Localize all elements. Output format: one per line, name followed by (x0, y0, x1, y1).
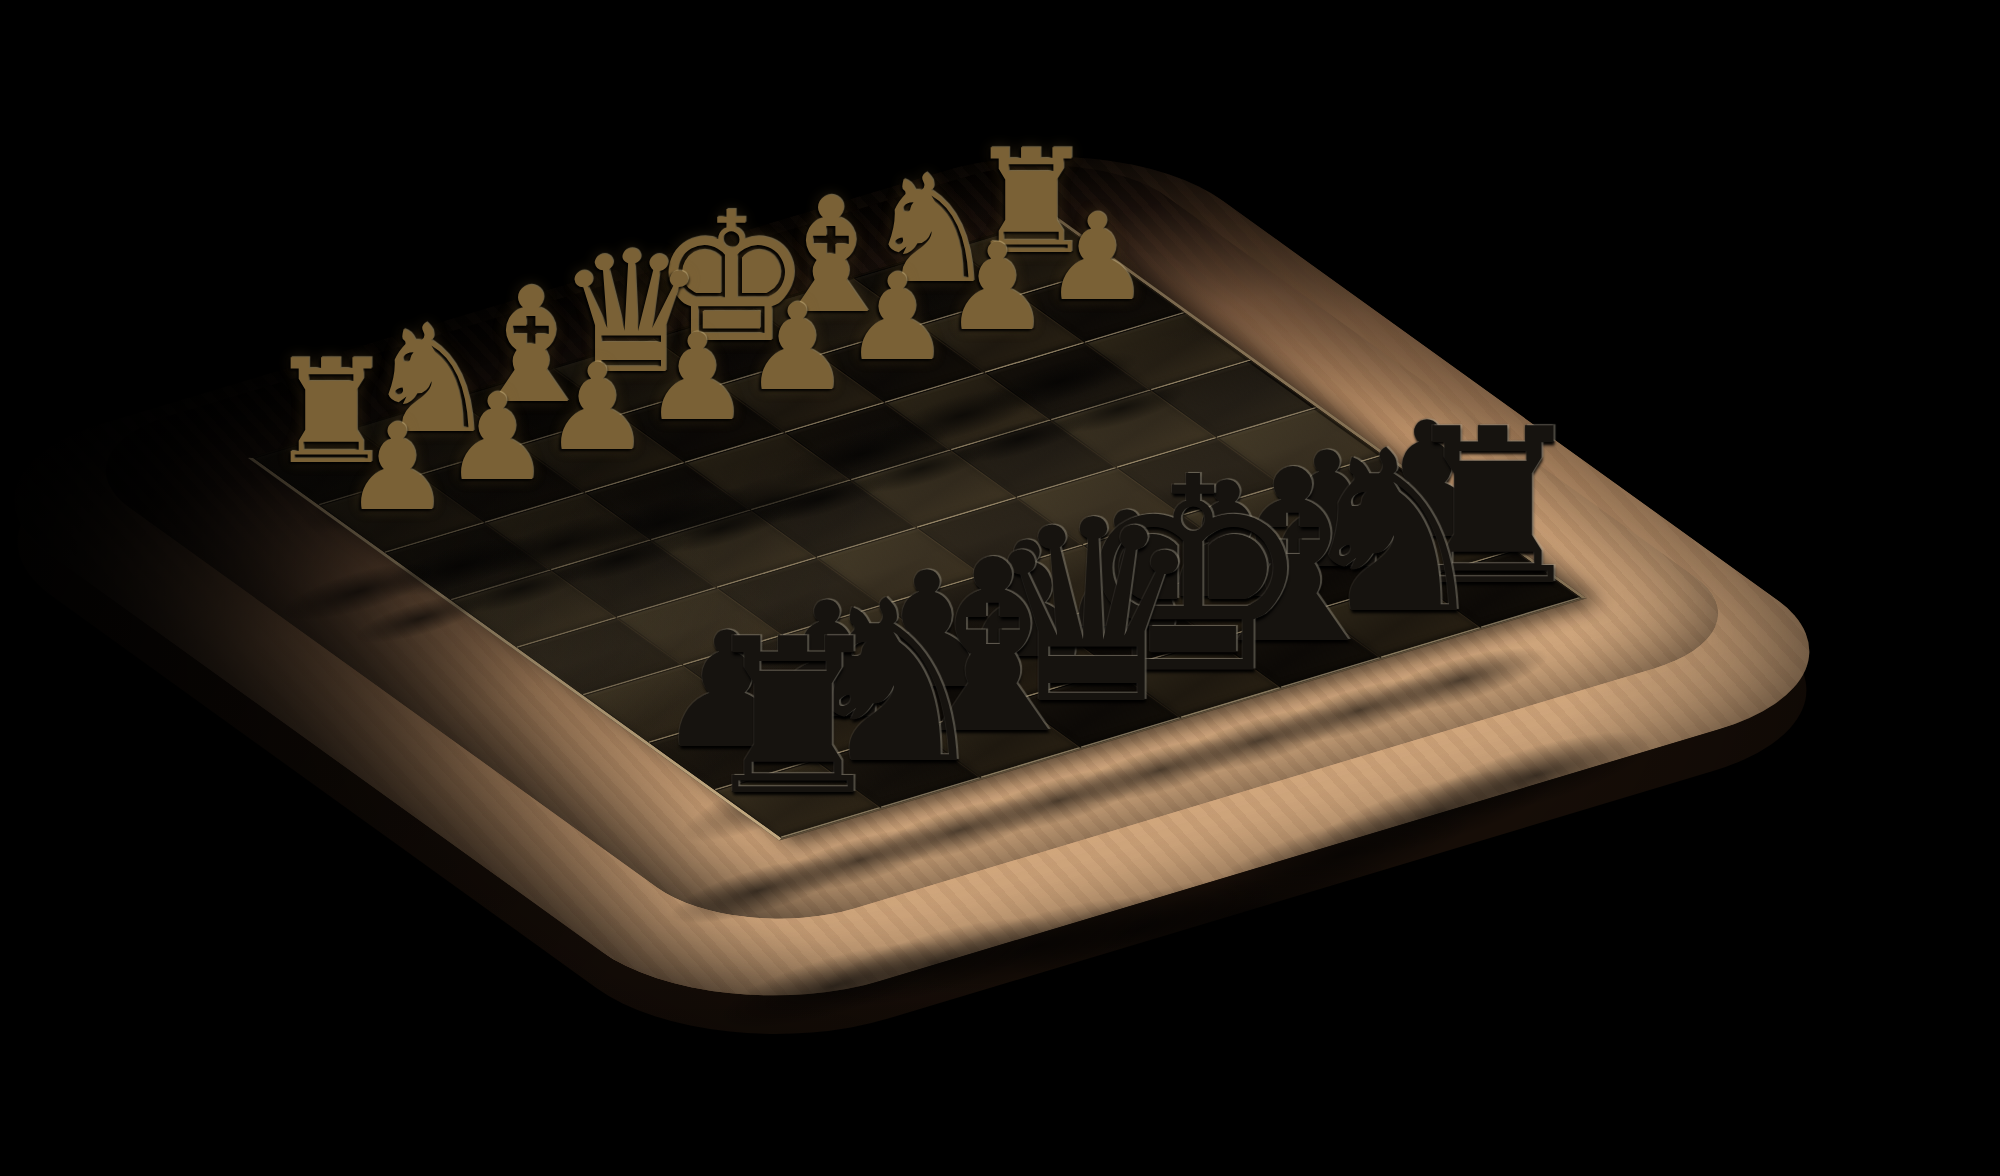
piece-glyph: ♟ (743, 289, 851, 409)
piece-glyph: ♟ (543, 349, 651, 469)
piece-glyph: ♟ (443, 379, 551, 499)
piece-glyph: ♜ (697, 610, 890, 825)
piece-glyph: ♟ (1043, 199, 1151, 319)
piece-glyph: ♟ (843, 259, 951, 379)
pieces-layer: ♜♞♟♝♟♚♟♛♟♝♟♞♟♜♟♟♟♟♜♟♞♟♝♟♚♟♛♟♝♟♞♜ (0, 0, 2000, 1176)
piece-glyph: ♟ (943, 229, 1051, 349)
chess-scene: ♜♞♟♝♟♚♟♛♟♝♟♞♟♜♟♟♟♟♜♟♞♟♝♟♚♟♛♟♝♟♞♜ (0, 0, 2000, 1176)
piece-glyph: ♟ (343, 409, 451, 529)
piece-glyph: ♟ (643, 319, 751, 439)
